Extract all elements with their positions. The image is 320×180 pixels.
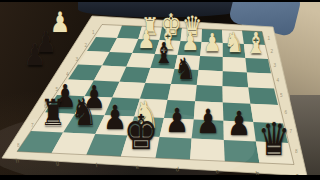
rank-label-right-2: 2: [271, 49, 274, 54]
square-c5: [195, 85, 223, 102]
chess-board: hgfedcba1122334455667788: [0, 0, 320, 180]
rank-label-right-8: 8: [295, 149, 298, 154]
rank-label-right-4: 4: [277, 78, 280, 83]
square-c1: [202, 29, 223, 43]
rank-label-left-4: 4: [66, 72, 69, 77]
rank-label-left-7: 7: [31, 123, 34, 128]
rank-label-right-7: 7: [290, 129, 293, 134]
rank-label-left-5: 5: [56, 87, 59, 92]
square-c2: [200, 42, 223, 57]
rank-label-left-1: 1: [92, 30, 95, 35]
square-d4: [171, 69, 199, 85]
square-f1: [138, 26, 162, 40]
rank-label-right-3: 3: [274, 63, 277, 68]
square-a2: [244, 44, 268, 59]
rank-label-right-5: 5: [280, 93, 283, 98]
square-b1: [222, 30, 244, 44]
square-a4: [247, 72, 274, 88]
rank-label-left-6: 6: [44, 104, 47, 109]
square-d1: [181, 28, 203, 42]
letterbox-bar-bottom: [0, 175, 320, 180]
square-a7: [253, 122, 288, 143]
square-e3: [150, 54, 177, 69]
square-b6: [223, 103, 254, 123]
rank-label-left-2: 2: [85, 43, 88, 48]
letterbox-bar-top: [0, 0, 320, 2]
square-b2: [223, 43, 246, 58]
square-a1: [242, 31, 265, 45]
square-a3: [245, 58, 271, 74]
square-b4: [223, 71, 249, 87]
rank-label-right-1: 1: [268, 36, 271, 41]
square-c4: [197, 70, 223, 86]
square-b5: [223, 86, 251, 104]
square-c3: [199, 56, 223, 71]
square-e5: [140, 83, 171, 100]
square-d5: [168, 84, 197, 101]
square-e1: [159, 27, 182, 41]
square-d3: [175, 55, 201, 70]
rank-label-left-8: 8: [17, 143, 20, 148]
square-e2: [155, 40, 181, 55]
square-b3: [223, 57, 247, 72]
rank-label-left-3: 3: [76, 57, 79, 62]
square-a6: [250, 104, 283, 124]
square-a8: [256, 142, 294, 165]
square-a5: [248, 87, 278, 105]
photo-frame: hgfedcba1122334455667788 ♟♟♟ ♚♛♜♝♝♞♞♟♟♟♚…: [0, 0, 320, 180]
square-d2: [178, 41, 202, 56]
square-e4: [145, 68, 174, 84]
rank-label-right-6: 6: [285, 110, 288, 115]
